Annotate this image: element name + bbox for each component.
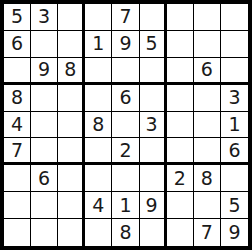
cell-r7c2[interactable]: 6	[31, 165, 58, 192]
cell-r8c7[interactable]	[167, 192, 194, 219]
cell-r1c5[interactable]: 7	[112, 4, 139, 31]
cell-r2c2[interactable]	[31, 31, 58, 58]
cell-r3c3[interactable]: 8	[58, 58, 85, 85]
cell-r9c7[interactable]	[167, 219, 194, 246]
cell-r4c9[interactable]: 3	[221, 85, 248, 112]
cell-r7c4[interactable]	[85, 165, 112, 192]
cell-r1c1[interactable]: 5	[4, 4, 31, 31]
cell-r6c7[interactable]	[167, 138, 194, 165]
cell-r4c7[interactable]	[167, 85, 194, 112]
cell-r1c2[interactable]: 3	[31, 4, 58, 31]
cell-r8c3[interactable]	[58, 192, 85, 219]
cell-r8c5[interactable]: 1	[112, 192, 139, 219]
cell-r3c2[interactable]: 9	[31, 58, 58, 85]
cell-r6c2[interactable]	[31, 138, 58, 165]
cell-r3c1[interactable]	[4, 58, 31, 85]
cell-r6c4[interactable]	[85, 138, 112, 165]
cell-r2c9[interactable]	[221, 31, 248, 58]
cell-r8c4[interactable]: 4	[85, 192, 112, 219]
cell-r1c6[interactable]	[140, 4, 167, 31]
cell-r7c1[interactable]	[4, 165, 31, 192]
cell-r6c8[interactable]	[194, 138, 221, 165]
cell-r4c8[interactable]	[194, 85, 221, 112]
cell-r2c1[interactable]: 6	[4, 31, 31, 58]
cell-r1c8[interactable]	[194, 4, 221, 31]
cell-r2c3[interactable]	[58, 31, 85, 58]
cell-r2c7[interactable]	[167, 31, 194, 58]
cell-r4c6[interactable]	[140, 85, 167, 112]
cell-r7c9[interactable]	[221, 165, 248, 192]
cell-r5c1[interactable]: 4	[4, 112, 31, 139]
cell-r5c3[interactable]	[58, 112, 85, 139]
cell-r7c8[interactable]: 8	[194, 165, 221, 192]
cell-r8c2[interactable]	[31, 192, 58, 219]
cell-r4c1[interactable]: 8	[4, 85, 31, 112]
cell-r3c5[interactable]	[112, 58, 139, 85]
cell-r7c3[interactable]	[58, 165, 85, 192]
cell-r6c3[interactable]	[58, 138, 85, 165]
cell-r9c6[interactable]	[140, 219, 167, 246]
cell-r4c2[interactable]	[31, 85, 58, 112]
cell-r5c6[interactable]: 3	[140, 112, 167, 139]
cell-r9c5[interactable]: 8	[112, 219, 139, 246]
cell-r5c5[interactable]	[112, 112, 139, 139]
cell-r4c5[interactable]: 6	[112, 85, 139, 112]
cell-r8c8[interactable]	[194, 192, 221, 219]
cell-r1c9[interactable]	[221, 4, 248, 31]
sudoku-board: 537619598686348317266284195879	[0, 0, 252, 250]
cell-r5c2[interactable]	[31, 112, 58, 139]
cell-r1c3[interactable]	[58, 4, 85, 31]
cell-r7c7[interactable]: 2	[167, 165, 194, 192]
cell-r4c3[interactable]	[58, 85, 85, 112]
cell-r1c4[interactable]	[85, 4, 112, 31]
cell-r8c1[interactable]	[4, 192, 31, 219]
cell-r3c4[interactable]	[85, 58, 112, 85]
cell-r7c6[interactable]	[140, 165, 167, 192]
cell-r2c8[interactable]	[194, 31, 221, 58]
cell-r8c6[interactable]: 9	[140, 192, 167, 219]
cell-r9c1[interactable]	[4, 219, 31, 246]
cell-r9c3[interactable]	[58, 219, 85, 246]
cell-r6c6[interactable]	[140, 138, 167, 165]
cell-r2c4[interactable]: 1	[85, 31, 112, 58]
cell-r5c7[interactable]	[167, 112, 194, 139]
cell-r1c7[interactable]	[167, 4, 194, 31]
cell-r4c4[interactable]	[85, 85, 112, 112]
cell-r5c4[interactable]: 8	[85, 112, 112, 139]
cell-r8c9[interactable]: 5	[221, 192, 248, 219]
cell-r3c7[interactable]	[167, 58, 194, 85]
cell-r6c9[interactable]: 6	[221, 138, 248, 165]
cell-r5c8[interactable]	[194, 112, 221, 139]
cell-r3c9[interactable]	[221, 58, 248, 85]
cell-r9c9[interactable]: 9	[221, 219, 248, 246]
cell-r6c5[interactable]: 2	[112, 138, 139, 165]
cell-r9c4[interactable]	[85, 219, 112, 246]
cell-r2c5[interactable]: 9	[112, 31, 139, 58]
cell-r7c5[interactable]	[112, 165, 139, 192]
cell-r2c6[interactable]: 5	[140, 31, 167, 58]
cell-r9c2[interactable]	[31, 219, 58, 246]
cell-r6c1[interactable]: 7	[4, 138, 31, 165]
cell-r3c8[interactable]: 6	[194, 58, 221, 85]
cell-r5c9[interactable]: 1	[221, 112, 248, 139]
cell-r9c8[interactable]: 7	[194, 219, 221, 246]
cell-r3c6[interactable]	[140, 58, 167, 85]
